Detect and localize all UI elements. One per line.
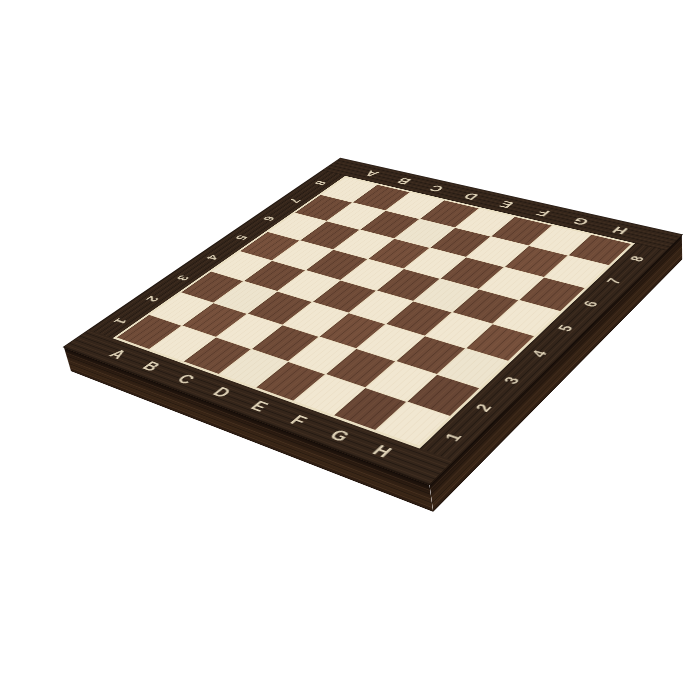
file-label-f-near: F: [287, 412, 311, 427]
rank-label-7-right: 7: [605, 277, 624, 285]
rank-label-4-left: 4: [204, 254, 221, 261]
file-label-e-near: E: [248, 398, 273, 413]
rank-label-3-right: 3: [502, 375, 523, 385]
file-label-d-near: D: [210, 384, 235, 399]
rank-label-4-right: 4: [530, 349, 550, 359]
rank-label-8-left: 8: [312, 180, 328, 186]
rank-label-5-right: 5: [556, 324, 576, 333]
file-label-f-far: F: [534, 208, 553, 218]
rank-label-6-left: 6: [260, 215, 276, 221]
rank-label-6-right: 6: [581, 300, 601, 309]
board-top-face: AA11BB22CC33DD44EE55FF66GG77HH88: [64, 158, 682, 484]
file-label-a-near: A: [106, 347, 130, 361]
product-photo-background: AA11BB22CC33DD44EE55FF66GG77HH88: [0, 0, 700, 700]
rank-label-8-right: 8: [628, 255, 647, 263]
file-label-c-far: C: [427, 184, 447, 194]
rank-label-1-left: 1: [111, 317, 128, 325]
file-label-b-far: B: [394, 176, 414, 185]
file-label-h-near: H: [369, 442, 396, 459]
file-label-c-near: C: [174, 371, 199, 386]
rank-label-1-right: 1: [443, 432, 465, 443]
file-label-g-near: G: [326, 427, 353, 444]
rank-label-2-left: 2: [143, 295, 160, 303]
chessboard: AA11BB22CC33DD44EE55FF66GG77HH88: [130, 64, 630, 564]
chessboard-3d: AA11BB22CC33DD44EE55FF66GG77HH88: [71, 179, 682, 511]
file-label-a-far: A: [362, 169, 381, 178]
rank-label-5-left: 5: [232, 234, 248, 241]
file-label-d-far: D: [461, 191, 481, 201]
file-label-e-far: E: [497, 199, 517, 209]
rank-label-3-left: 3: [174, 274, 191, 281]
file-label-g-far: G: [570, 216, 592, 227]
rank-label-2-right: 2: [474, 403, 495, 414]
rank-label-7-left: 7: [286, 197, 302, 203]
file-label-b-near: B: [140, 359, 164, 373]
file-label-h-far: H: [610, 225, 631, 236]
